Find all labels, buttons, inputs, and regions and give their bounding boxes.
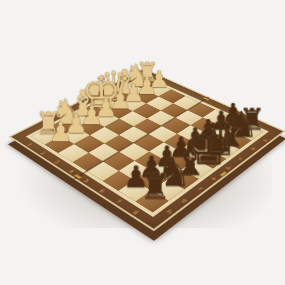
black-rook[interactable]: ♜: [139, 170, 163, 201]
chess-board: ♜♟♟♜♞♟♟♞♝♟♟♝♛♟♟♛♚♟♟♚♝♟♟♝♞♟♟♞♜♟♟♜ 1234567…: [9, 68, 285, 231]
photo-scene: ♜♟♟♜♞♟♟♞♝♟♟♝♛♟♟♛♚♟♟♚♝♟♟♝♞♟♟♞♜♟♟♜ 1234567…: [0, 0, 285, 285]
board-grid: ♜♟♟♜♞♟♟♞♝♟♟♝♛♟♟♛♚♟♟♚♝♟♟♝♞♟♟♞♜♟♟♜: [26, 75, 269, 217]
white-pawn[interactable]: ♟: [48, 121, 69, 145]
board-frame: ♜♟♟♜♞♟♟♞♝♟♟♝♛♟♟♛♚♟♟♚♝♟♟♝♞♟♟♞♜♟♟♜ 1234567…: [9, 68, 285, 231]
square-d4[interactable]: [133, 118, 161, 134]
